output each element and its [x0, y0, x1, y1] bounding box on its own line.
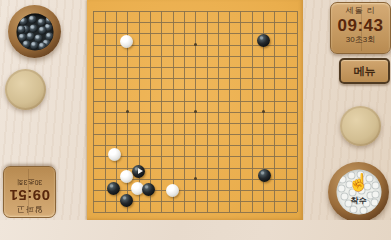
- bowl-lid-right: [340, 106, 381, 146]
- menu-button[interactable]: 메뉴: [339, 58, 390, 84]
- bowl-lid-left: [5, 69, 46, 110]
- white-stone-H3: [166, 184, 179, 197]
- byoyomi-label: 30초3회: [4, 177, 55, 187]
- grid-line: [240, 11, 241, 212]
- grid-line: [218, 11, 219, 212]
- black-stone-Q4: [258, 169, 271, 182]
- grid-line: [93, 134, 297, 135]
- white-stone-D4: [120, 170, 133, 183]
- white-stone-D16: [120, 35, 133, 48]
- player-panel-lee-sedol: 세돌 리 09:43 30초3회: [330, 2, 391, 54]
- black-stones-in-bowl: [16, 13, 53, 50]
- player-clock: 09:51: [4, 187, 55, 204]
- pointing-hand-icon: ☝: [336, 173, 381, 193]
- black-stone-Q16: [257, 34, 270, 47]
- grid-line: [93, 212, 297, 213]
- player-name: 알파고: [4, 204, 55, 214]
- black-stone-E5: [132, 165, 145, 178]
- bowl-stone: [359, 207, 367, 215]
- bowl-stone: [28, 15, 36, 23]
- go-board[interactable]: [87, 0, 303, 220]
- grid-line: [93, 190, 297, 191]
- grid-line: [274, 11, 275, 212]
- star-point: [262, 110, 265, 113]
- white-stone-C6: [108, 148, 121, 161]
- grid-line: [252, 11, 253, 212]
- star-point: [126, 110, 129, 113]
- bowl-stone: [29, 24, 37, 32]
- player-name: 세돌 리: [331, 6, 390, 16]
- grid-line: [207, 11, 208, 212]
- last-move-marker: [138, 168, 143, 174]
- black-stone-C3: [107, 182, 120, 195]
- bowl-stone: [19, 17, 27, 25]
- black-stone-bowl: [8, 5, 61, 58]
- bowl-stone: [45, 16, 53, 24]
- white-stones-in-bowl: ☝ 착수: [336, 170, 381, 215]
- grid-line: [93, 123, 297, 124]
- star-point: [194, 177, 197, 180]
- grid-line: [93, 145, 297, 146]
- black-stone-F3: [142, 183, 155, 196]
- grid-line: [93, 156, 297, 157]
- grid-line: [286, 11, 287, 212]
- grid-line: [297, 11, 298, 212]
- byoyomi-label: 30초3회: [331, 35, 390, 45]
- bowl-stone: [22, 40, 30, 48]
- bowl-stone: [38, 42, 46, 50]
- black-stone-D2: [120, 194, 133, 207]
- player-panel-alphago: 알파고 09:51 30초3회: [3, 166, 56, 218]
- grid-line: [229, 11, 230, 212]
- bowl-stone: [17, 25, 25, 33]
- play-button-label: 착수: [336, 195, 381, 206]
- play-move-button[interactable]: ☝ 착수: [328, 162, 389, 220]
- star-point: [194, 110, 197, 113]
- bowl-stone: [26, 32, 34, 40]
- star-point: [194, 43, 197, 46]
- player-clock: 09:43: [331, 16, 390, 35]
- bowl-stone: [30, 41, 38, 49]
